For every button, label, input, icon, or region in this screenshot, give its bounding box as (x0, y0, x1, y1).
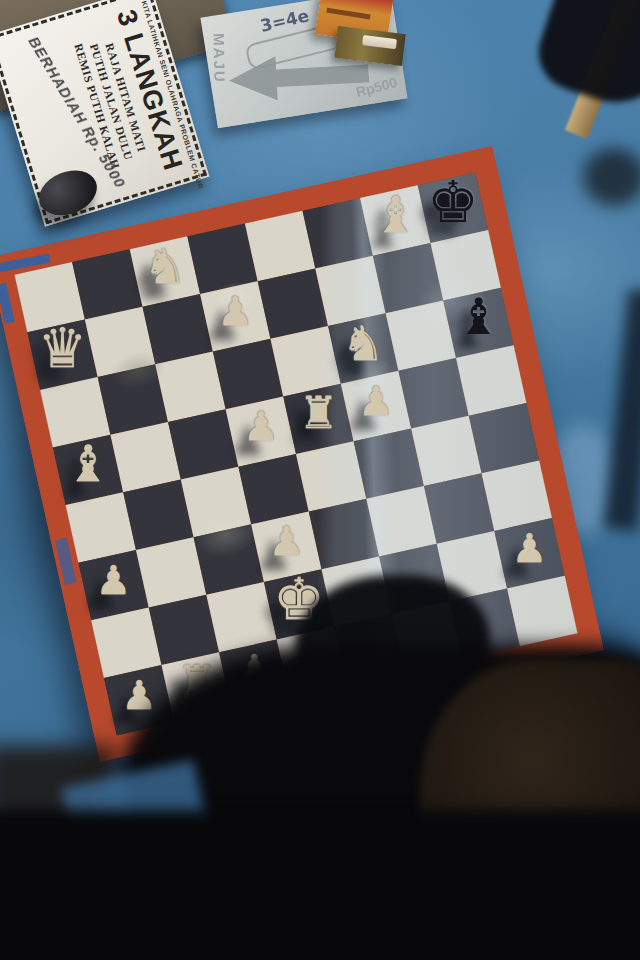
piece-wP-f5[interactable]: ♟ (347, 371, 406, 430)
piece-wN-c8[interactable]: ♞ (135, 236, 194, 295)
piece-wB-a5[interactable]: ♝ (59, 434, 118, 493)
piece-wR-e5[interactable]: ♜ (289, 383, 348, 442)
piece-wP-h2[interactable]: ♟ (500, 518, 559, 577)
cardboard-side-text: MAJU (211, 33, 229, 84)
piece-bB-h6[interactable]: ♝ (449, 287, 508, 346)
piece-wP-d5[interactable]: ♟ (231, 396, 290, 455)
bottom-darkness (0, 810, 640, 960)
piece-wB-g8[interactable]: ♝ (366, 185, 425, 244)
border-paint-mark (0, 283, 15, 324)
piece-wP-a3[interactable]: ♟ (84, 550, 143, 609)
piece-wN-f6[interactable]: ♞ (334, 313, 393, 372)
piece-wP-d7[interactable]: ♟ (206, 281, 265, 340)
piece-wQ-a7[interactable]: ♛ (33, 319, 92, 378)
piece-bK-h8[interactable]: ♚ (423, 172, 482, 231)
stick-shadow (583, 148, 640, 206)
square-h1[interactable] (507, 576, 577, 646)
square-h8[interactable]: ♚ (418, 173, 488, 243)
photo-scene: ♞♝♚♛♟♞♝♝♟♜♟♟♟♚♟♟♜♟ MARI KITA LATIHKAN SE… (0, 0, 640, 960)
piece-wP-d3[interactable]: ♟ (257, 511, 316, 570)
